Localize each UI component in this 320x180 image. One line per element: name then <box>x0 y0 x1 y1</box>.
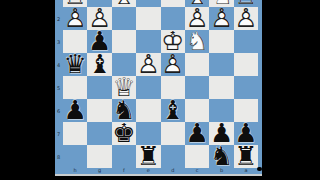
square-e6 <box>136 99 160 122</box>
side-to-move-dot-icon <box>257 167 262 172</box>
file-label-e: e <box>143 167 154 174</box>
piece-white-knight-c3: ♞♘ <box>185 30 209 53</box>
square-a4 <box>234 53 258 76</box>
square-h7 <box>63 122 87 145</box>
piece-black-bishop-g4: ♝ <box>87 53 111 76</box>
square-a5 <box>234 76 258 99</box>
piece-black-knight-b8: ♞ <box>209 145 233 168</box>
rank-label-6: 6 <box>55 108 62 114</box>
square-a2: ♟♙ <box>234 7 258 30</box>
file-label-h: h <box>70 167 81 174</box>
square-h8 <box>63 145 87 168</box>
square-d6: ♝ <box>161 99 185 122</box>
piece-white-pawn-a2: ♟♙ <box>234 7 258 30</box>
square-a8: ♜ <box>234 145 258 168</box>
square-f8 <box>112 145 136 168</box>
piece-black-rook-a8: ♜ <box>234 145 258 168</box>
square-e1 <box>136 0 160 7</box>
square-d7 <box>161 122 185 145</box>
square-b8: ♞ <box>209 145 233 168</box>
frame-baseline <box>55 174 262 176</box>
piece-black-rook-e8: ♜ <box>136 145 160 168</box>
rank-label-7: 7 <box>55 131 62 137</box>
square-c5 <box>185 76 209 99</box>
square-h4: ♛ <box>63 53 87 76</box>
square-f1: ♝♗ <box>112 0 136 7</box>
piece-white-pawn-h2: ♟♙ <box>63 7 87 30</box>
square-f7: ♚ <box>112 122 136 145</box>
file-label-g: g <box>94 167 105 174</box>
file-label-f: f <box>119 167 130 174</box>
square-d1 <box>161 0 185 7</box>
square-b5 <box>209 76 233 99</box>
square-g4: ♝ <box>87 53 111 76</box>
piece-black-pawn-c7: ♟ <box>185 122 209 145</box>
square-f3 <box>112 30 136 53</box>
square-c8 <box>185 145 209 168</box>
square-e8: ♜ <box>136 145 160 168</box>
file-label-b: b <box>216 167 227 174</box>
piece-black-king-f7: ♚ <box>112 122 136 145</box>
square-b2: ♟♙ <box>209 7 233 30</box>
board-grid: ♜♖♝♗♝♗♞♘♜♖♟♙♟♙♟♙♟♙♟♙♟♚♔♞♘♛♝♟♙♟♙♛♕♟♞♝♚♟♟♟… <box>63 0 258 168</box>
square-f2 <box>112 7 136 30</box>
square-b3 <box>209 30 233 53</box>
square-g5 <box>87 76 111 99</box>
square-a3 <box>234 30 258 53</box>
square-e2 <box>136 7 160 30</box>
square-g8 <box>87 145 111 168</box>
square-c4 <box>185 53 209 76</box>
piece-white-bishop-f1: ♝♗ <box>112 0 136 7</box>
rank-label-2: 2 <box>55 16 62 22</box>
piece-black-pawn-h6: ♟ <box>63 99 87 122</box>
piece-black-queen-h4: ♛ <box>63 53 87 76</box>
piece-white-pawn-e4: ♟♙ <box>136 53 160 76</box>
square-c3: ♞♘ <box>185 30 209 53</box>
square-g7 <box>87 122 111 145</box>
piece-black-bishop-d6: ♝ <box>161 99 185 122</box>
square-b4 <box>209 53 233 76</box>
rank-label-5: 5 <box>55 85 62 91</box>
board-panel: ♜♖♝♗♝♗♞♘♜♖♟♙♟♙♟♙♟♙♟♙♟♚♔♞♘♛♝♟♙♟♙♛♕♟♞♝♚♟♟♟… <box>55 0 262 176</box>
file-label-d: d <box>167 167 178 174</box>
square-h2: ♟♙ <box>63 7 87 30</box>
square-e4: ♟♙ <box>136 53 160 76</box>
piece-white-pawn-d4: ♟♙ <box>161 53 185 76</box>
rank-label-4: 4 <box>55 62 62 68</box>
file-label-c: c <box>192 167 203 174</box>
video-frame: ♜♖♝♗♝♗♞♘♜♖♟♙♟♙♟♙♟♙♟♙♟♚♔♞♘♛♝♟♙♟♙♛♕♟♞♝♚♟♟♟… <box>0 0 320 180</box>
square-g6 <box>87 99 111 122</box>
piece-white-pawn-b2: ♟♙ <box>209 7 233 30</box>
square-c7: ♟ <box>185 122 209 145</box>
square-d8 <box>161 145 185 168</box>
rank-label-3: 3 <box>55 39 62 45</box>
square-e5 <box>136 76 160 99</box>
file-label-a: a <box>241 167 252 174</box>
square-h6: ♟ <box>63 99 87 122</box>
square-d4: ♟♙ <box>161 53 185 76</box>
rank-label-8: 8 <box>55 154 62 160</box>
